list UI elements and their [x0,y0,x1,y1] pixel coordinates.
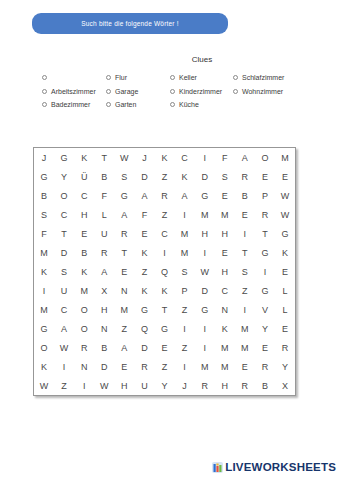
grid-cell[interactable]: C [215,281,235,300]
grid-cell[interactable]: Q [154,262,174,281]
brand-text: LIVEWORKSHEETS [225,461,336,473]
grid-cell[interactable]: K [215,319,235,338]
grid-cell[interactable]: R [74,338,94,357]
grid-cell[interactable]: H [114,376,134,395]
grid-cell[interactable]: F [134,205,154,224]
grid-cell[interactable]: R [94,243,114,262]
grid-cell[interactable]: Z [235,281,255,300]
grid-cell[interactable]: S [175,262,195,281]
grid-cell[interactable]: M [215,357,235,376]
grid-cell[interactable]: M [114,300,134,319]
grid-cell[interactable]: Z [154,167,174,186]
grid-cell[interactable]: C [54,205,74,224]
grid-cell[interactable]: Z [154,205,174,224]
grid-cell[interactable]: Z [54,376,74,395]
grid-cell[interactable]: R [275,338,295,357]
liveworksheets-logo[interactable]: LIVEWORKSHEETS [212,461,336,473]
bullet-icon [42,75,47,80]
word-grid: JGKTWJKCIFAOMGYÜBSDZKDSREEBOCFGARAGEBPWS… [33,147,296,396]
grid-cell[interactable]: Y [154,376,174,395]
grid-cell[interactable]: T [94,148,114,167]
clue-label: Schlafzimmer [242,74,284,81]
bullet-icon [106,102,111,107]
grid-cell[interactable]: G [134,300,154,319]
grid-cell[interactable]: M [74,281,94,300]
grid-cell[interactable]: M [34,300,54,319]
grid-cell[interactable]: W [275,186,295,205]
grid-cell[interactable]: J [134,148,154,167]
grid-cell[interactable]: P [175,281,195,300]
grid-cell[interactable]: K [154,281,174,300]
grid-cell[interactable]: K [34,262,54,281]
grid-cell[interactable]: R [235,376,255,395]
grid-cell[interactable]: I [195,319,215,338]
clue-label: Kinderzimmer [179,88,222,95]
grid-cell[interactable]: L [275,281,295,300]
grid-cell[interactable]: H [215,376,235,395]
grid-cell[interactable]: A [235,148,255,167]
grid-cell[interactable]: I [74,376,94,395]
grid-cell[interactable]: O [74,319,94,338]
grid-cell[interactable]: D [134,338,154,357]
grid-cell[interactable]: I [175,319,195,338]
grid-cell[interactable]: X [94,281,114,300]
grid-cell[interactable]: U [54,281,74,300]
grid-cell[interactable]: G [34,167,54,186]
clue-column: FlurGarageGarten [106,71,170,111]
grid-cell[interactable]: K [175,167,195,186]
bullet-icon [170,75,175,80]
grid-cell[interactable]: Z [175,338,195,357]
grid-cell[interactable]: I [175,205,195,224]
grid-cell[interactable]: L [94,205,114,224]
grid-cell[interactable]: N [114,281,134,300]
grid-cell[interactable]: E [215,243,235,262]
instruction-banner: Such bitte die folgende Wörter ! [32,13,228,34]
grid-cell[interactable]: R [235,167,255,186]
grid-cell[interactable]: N [215,300,235,319]
grid-cell[interactable]: A [94,262,114,281]
grid-cell[interactable]: R [114,224,134,243]
clue-item: Keller [170,71,233,84]
bullet-icon [106,89,111,94]
grid-cell[interactable]: F [34,224,54,243]
clue-label: Flur [115,74,127,81]
grid-cell[interactable]: E [154,338,174,357]
bullet-icon [170,89,175,94]
grid-cell[interactable]: M [215,338,235,357]
clue-item: Garage [106,84,170,97]
grid-cell[interactable]: W [34,376,54,395]
grid-cell[interactable]: Z [175,300,195,319]
grid-cell[interactable]: D [94,357,114,376]
grid-cell[interactable]: A [175,186,195,205]
grid-cell[interactable]: E [74,224,94,243]
grid-cell[interactable]: K [34,357,54,376]
liveworksheets-icon [212,462,223,473]
grid-cell[interactable]: Z [134,262,154,281]
grid-cell[interactable]: S [54,262,74,281]
grid-cell[interactable]: U [94,224,114,243]
grid-cell[interactable]: D [134,167,154,186]
grid-cell[interactable]: L [275,300,295,319]
grid-cell[interactable]: W [275,205,295,224]
grid-cell[interactable]: K [134,281,154,300]
clue-label: Arbeitszimmer [51,88,96,95]
grid-cell[interactable]: O [255,148,275,167]
grid-cell[interactable]: Z [154,357,174,376]
clue-item: Wohnzimmer [233,84,303,97]
grid-cell[interactable]: G [195,300,215,319]
grid-cell[interactable]: T [54,224,74,243]
clue-label: Keller [179,74,197,81]
grid-cell[interactable]: H [215,262,235,281]
grid-cell[interactable]: J [34,148,54,167]
grid-cell[interactable]: G [114,186,134,205]
grid-cell[interactable]: R [255,205,275,224]
grid-cell[interactable]: I [195,338,215,357]
clue-item: Schlafzimmer [233,71,303,84]
grid-cell[interactable]: Y [255,319,275,338]
grid-cell[interactable]: B [74,243,94,262]
clue-label: Küche [179,101,199,108]
clues-list: ArbeitszimmerBadezimmer FlurGarageGarten… [42,71,303,111]
grid-cell[interactable]: K [154,148,174,167]
grid-cell[interactable]: T [154,300,174,319]
grid-cell[interactable]: H [94,300,114,319]
grid-cell[interactable]: R [195,376,215,395]
bullet-icon [42,102,47,107]
grid-cell[interactable]: T [235,243,255,262]
grid-cell[interactable]: Q [134,319,154,338]
grid-cell[interactable]: H [215,224,235,243]
bullet-icon [170,102,175,107]
grid-cell[interactable]: S [215,167,235,186]
grid-cell[interactable]: B [34,186,54,205]
grid-cell[interactable]: R [255,357,275,376]
grid-cell[interactable]: I [235,224,255,243]
grid-cell[interactable]: E [275,167,295,186]
grid-cell[interactable]: X [275,376,295,395]
grid-cell[interactable]: C [74,186,94,205]
grid-cell[interactable]: E [235,205,255,224]
bullet-icon [42,89,47,94]
grid-cell[interactable]: B [255,376,275,395]
grid-cell[interactable]: I [195,148,215,167]
grid-cell[interactable]: G [195,186,215,205]
grid-cell[interactable]: P [255,186,275,205]
grid-cell[interactable]: S [235,262,255,281]
grid-cell[interactable]: B [235,186,255,205]
grid-cell[interactable]: M [34,243,54,262]
grid-cell[interactable]: M [215,205,235,224]
grid-cell[interactable]: Y [54,167,74,186]
clue-item: Kinderzimmer [170,84,233,97]
grid-cell[interactable]: U [134,376,154,395]
grid-cell[interactable]: S [34,205,54,224]
grid-cell[interactable]: E [114,262,134,281]
grid-cell[interactable]: E [255,338,275,357]
grid-cell[interactable]: E [275,319,295,338]
grid-cell[interactable]: O [34,338,54,357]
bullet-icon [233,89,238,94]
grid-cell[interactable]: G [275,224,295,243]
clues-title: Clues [168,55,236,64]
grid-cell[interactable]: G [255,281,275,300]
grid-cell[interactable]: E [215,186,235,205]
grid-cell[interactable]: R [154,186,174,205]
grid-cell[interactable]: E [255,167,275,186]
grid-cell[interactable]: D [195,167,215,186]
grid-cell[interactable]: C [54,300,74,319]
clue-label: Garten [115,101,136,108]
grid-cell[interactable]: M [235,338,255,357]
grid-cell[interactable]: C [154,224,174,243]
grid-cell[interactable]: I [175,357,195,376]
grid-cell[interactable]: V [255,300,275,319]
grid-cell[interactable]: H [74,205,94,224]
clue-item: Flur [106,71,170,84]
grid-cell[interactable]: Z [114,319,134,338]
grid-cell[interactable]: F [215,148,235,167]
grid-cell[interactable]: E [235,357,255,376]
grid-cell[interactable]: M [195,357,215,376]
grid-cell[interactable]: M [175,224,195,243]
grid-cell[interactable]: M [195,205,215,224]
clue-item: Badezimmer [42,98,106,111]
worksheet-page: { "game": "word-search", "position": "JG… [0,0,340,480]
grid-cell[interactable]: D [54,243,74,262]
grid-cell[interactable]: I [235,300,255,319]
grid-cell[interactable]: O [54,186,74,205]
grid-cell[interactable]: K [74,262,94,281]
clue-column: ArbeitszimmerBadezimmer [42,71,106,111]
grid-cell[interactable]: K [275,243,295,262]
grid-cell[interactable]: A [54,319,74,338]
grid-cell[interactable]: G [34,319,54,338]
grid-cell[interactable]: W [195,262,215,281]
clue-label: Garage [115,88,138,95]
grid-cell[interactable]: K [134,243,154,262]
grid-cell[interactable]: M [275,148,295,167]
grid-cell[interactable]: D [195,281,215,300]
grid-cell[interactable]: W [54,338,74,357]
grid-cell[interactable]: N [74,357,94,376]
bullet-icon [106,75,111,80]
grid-cell[interactable]: C [175,148,195,167]
grid-cell[interactable]: I [34,281,54,300]
grid-cell[interactable]: I [154,243,174,262]
clue-item: Küche [170,98,233,111]
grid-cell[interactable]: S [114,167,134,186]
clue-label: Wohnzimmer [242,88,283,95]
grid-cell[interactable]: I [54,357,74,376]
grid-cell[interactable]: H [195,224,215,243]
grid-cell[interactable]: B [94,338,114,357]
grid-cell[interactable]: Ü [74,167,94,186]
grid-cell[interactable]: N [94,319,114,338]
grid-cell[interactable]: K [74,148,94,167]
clue-item [42,71,106,84]
grid-cell[interactable]: J [175,376,195,395]
grid-cell[interactable]: G [54,148,74,167]
grid-cell[interactable]: T [114,243,134,262]
grid-cell[interactable]: G [255,243,275,262]
grid-cell[interactable]: I [195,243,215,262]
grid-cell[interactable]: A [114,205,134,224]
grid-cell[interactable]: O [74,300,94,319]
bullet-icon [233,75,238,80]
grid-cell[interactable]: Y [275,357,295,376]
grid-cell[interactable]: F [94,186,114,205]
clue-item: Garten [106,98,170,111]
grid-cell[interactable]: W [114,148,134,167]
clue-column: SchlafzimmerWohnzimmer [233,71,303,111]
grid-cell[interactable]: T [255,224,275,243]
grid-cell[interactable]: I [255,262,275,281]
grid-cell[interactable]: E [134,224,154,243]
grid-cell[interactable]: A [134,186,154,205]
grid-cell[interactable]: M [235,319,255,338]
clue-label: Badezimmer [51,101,90,108]
clue-item: Arbeitszimmer [42,84,106,97]
grid-cell[interactable]: B [94,167,114,186]
grid-cell[interactable]: W [94,376,114,395]
grid-cell[interactable]: G [154,319,174,338]
grid-cell[interactable]: R [134,357,154,376]
grid-cell[interactable]: M [175,243,195,262]
clue-column: KellerKinderzimmerKüche [170,71,233,111]
grid-cell[interactable]: E [275,262,295,281]
grid-cell[interactable]: E [114,357,134,376]
grid-cell[interactable]: A [114,338,134,357]
